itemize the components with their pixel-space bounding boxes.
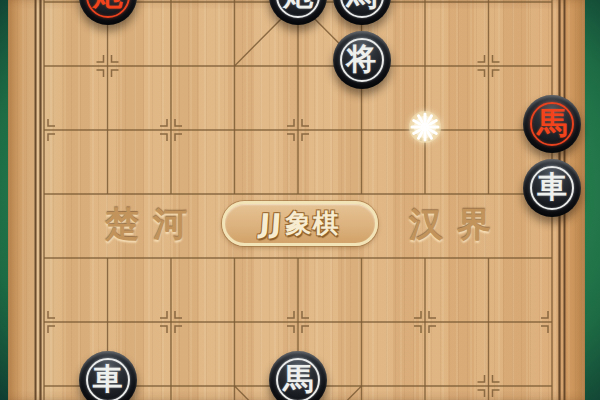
piece-red-horse[interactable]: 馬: [523, 95, 581, 153]
piece-red-cannon[interactable]: 炮: [79, 0, 137, 25]
piece-black-horse[interactable]: 馬: [333, 0, 391, 25]
target-reticle-marker: [403, 105, 447, 149]
piece-black-chariot[interactable]: 車: [79, 351, 137, 400]
piece-glyph: 馬: [283, 364, 313, 394]
piece-glyph: 馬: [537, 108, 567, 138]
piece-glyph: 炮: [93, 0, 123, 10]
piece-ring: 馬: [340, 0, 384, 18]
piece-ring: 炮: [276, 0, 320, 18]
piece-black-chariot[interactable]: 車: [523, 159, 581, 217]
xiangqi-board[interactable]: 楚河 汉界 JJ 象棋 炮炮馬将馬車車馬: [8, 0, 585, 400]
piece-glyph: 車: [93, 364, 123, 394]
piece-glyph: 馬: [347, 0, 377, 10]
piece-glyph: 将: [347, 44, 377, 74]
piece-ring: 車: [86, 358, 130, 400]
piece-black-cannon[interactable]: 炮: [269, 0, 327, 25]
piece-black-horse[interactable]: 馬: [269, 351, 327, 400]
piece-ring: 車: [530, 166, 574, 210]
piece-glyph: 車: [537, 172, 567, 202]
piece-ring: 炮: [86, 0, 130, 18]
piece-ring: 馬: [530, 102, 574, 146]
piece-black-general[interactable]: 将: [333, 31, 391, 89]
piece-ring: 将: [340, 38, 384, 82]
pieces-layer: 炮炮馬将馬車車馬: [0, 0, 600, 400]
game-screen: 楚河 汉界 JJ 象棋 炮炮馬将馬車車馬: [0, 0, 600, 400]
piece-ring: 馬: [276, 358, 320, 400]
piece-glyph: 炮: [283, 0, 313, 10]
